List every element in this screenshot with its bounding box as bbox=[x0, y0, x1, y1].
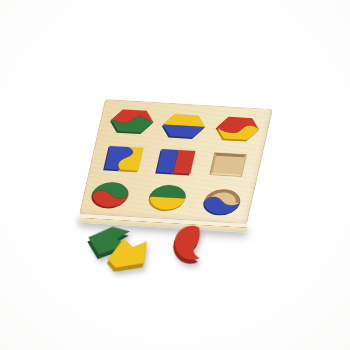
piece-r2c1-green-top[interactable] bbox=[150, 184, 188, 198]
loose-piece-yellow[interactable] bbox=[103, 234, 151, 272]
hexagon-red-green bbox=[105, 104, 159, 139]
circle-green-yellow bbox=[141, 180, 195, 216]
product-photo-stage bbox=[0, 0, 350, 350]
piece-r0c1-blue-bottom[interactable] bbox=[161, 125, 205, 138]
cell-r1c2 bbox=[201, 147, 255, 182]
puzzle-grid bbox=[89, 105, 264, 218]
cell-r0c2 bbox=[209, 111, 263, 146]
puzzle-board bbox=[79, 99, 273, 224]
square-blue-red bbox=[149, 144, 203, 179]
hexagon-yellow-blue bbox=[157, 108, 211, 143]
hexagon-red-yellow bbox=[211, 111, 265, 146]
loose-yellow-top-face bbox=[107, 238, 148, 268]
cell-r2c0 bbox=[89, 177, 143, 213]
piece-r2c1-yellow-bottom[interactable] bbox=[147, 196, 185, 210]
empty-square-recess bbox=[201, 147, 255, 182]
cell-r2c2 bbox=[193, 183, 247, 219]
circle-green-red bbox=[83, 177, 137, 213]
cell-r2c1 bbox=[141, 180, 195, 216]
loose-piece-red[interactable] bbox=[170, 218, 213, 266]
cell-r1c0 bbox=[97, 141, 151, 176]
cell-r1c1 bbox=[149, 144, 203, 179]
square-blue-yellow bbox=[97, 141, 151, 176]
circle-recess-blue-half bbox=[195, 184, 249, 220]
cell-r0c1 bbox=[157, 108, 211, 143]
cell-r0c0 bbox=[105, 105, 159, 140]
